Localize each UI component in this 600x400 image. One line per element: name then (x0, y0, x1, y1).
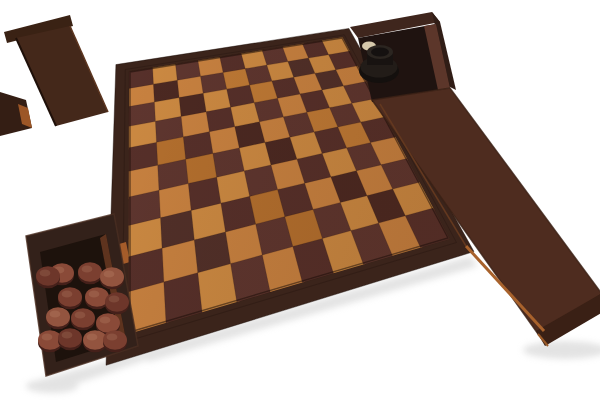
red-checker-piece[interactable] (105, 292, 129, 314)
red-checker-piece[interactable] (36, 266, 60, 288)
red-checker-piece[interactable] (100, 267, 124, 289)
left-lid-body[interactable] (16, 26, 108, 126)
red-checker-piece[interactable] (103, 330, 127, 352)
red-checker-piece[interactable] (78, 262, 102, 284)
red-checker-piece[interactable] (71, 308, 95, 330)
red-checker-piece[interactable] (58, 328, 82, 350)
board-photo-svg (0, 0, 600, 400)
red-checker-piece[interactable] (46, 307, 70, 329)
left-tray-lid-panel[interactable] (0, 15, 108, 136)
photo-scene (0, 0, 600, 400)
red-checker-piece[interactable] (58, 287, 82, 309)
